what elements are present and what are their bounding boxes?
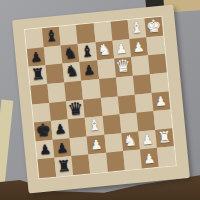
square-g3[interactable]	[136, 111, 155, 131]
square-h6[interactable]	[148, 54, 167, 74]
square-b5[interactable]	[47, 82, 66, 102]
square-a3[interactable]: ♚	[34, 121, 53, 141]
square-f4[interactable]	[117, 94, 136, 114]
piece-white-bishop[interactable]: ♝	[129, 20, 144, 36]
piece-black-pawn[interactable]: ♟	[56, 141, 69, 155]
square-f5[interactable]	[116, 76, 135, 96]
piece-black-rook[interactable]: ♜	[31, 67, 46, 83]
square-d8[interactable]	[76, 23, 95, 43]
square-h1[interactable]	[157, 147, 176, 167]
square-h3[interactable]	[153, 110, 172, 130]
square-e4[interactable]	[100, 96, 119, 116]
piece-white-knight[interactable]: ♞	[123, 133, 138, 149]
square-e3[interactable]	[102, 114, 121, 134]
piece-white-king[interactable]: ♚	[145, 17, 162, 35]
piece-black-pawn[interactable]: ♟	[30, 50, 43, 64]
piece-black-pawn[interactable]: ♟	[83, 63, 96, 77]
square-d4[interactable]	[83, 98, 102, 118]
square-g4[interactable]	[134, 93, 153, 113]
square-d7[interactable]: ♝	[78, 42, 97, 62]
square-h5[interactable]	[150, 72, 169, 92]
square-g6[interactable]	[131, 56, 150, 76]
square-f2[interactable]: ♞	[121, 131, 140, 151]
piece-white-pawn[interactable]: ♟	[143, 151, 156, 165]
piece-white-pawn[interactable]: ♟	[90, 138, 103, 152]
piece-white-pawn[interactable]: ♟	[132, 40, 145, 54]
square-g8[interactable]: ♝	[127, 18, 146, 38]
square-h7[interactable]	[146, 35, 165, 55]
square-h8[interactable]: ♚	[144, 17, 163, 37]
piece-white-rook[interactable]: ♜	[157, 130, 172, 146]
piece-black-pawn[interactable]: ♟	[39, 143, 52, 157]
photo-scene: ♝♝♚♟♞♝♞♟♟♜♞♟♛♛♟♚♟♝♟♟♟♞♟♜♜♟	[0, 0, 200, 200]
piece-white-pawn[interactable]: ♟	[115, 42, 128, 56]
piece-black-knight[interactable]: ♞	[63, 45, 78, 61]
square-a6[interactable]: ♜	[29, 65, 48, 85]
square-a7[interactable]: ♟	[27, 47, 46, 67]
square-d3[interactable]: ♝	[85, 116, 104, 136]
square-e8[interactable]	[93, 22, 112, 42]
square-a2[interactable]: ♟	[36, 140, 55, 160]
square-g5[interactable]	[133, 74, 152, 94]
square-b2[interactable]: ♟	[53, 138, 72, 158]
piece-white-knight[interactable]: ♞	[97, 42, 112, 58]
square-a1[interactable]	[38, 158, 57, 178]
square-e2[interactable]	[104, 133, 123, 153]
board-grid: ♝♝♚♟♞♝♞♟♟♜♞♟♛♛♟♚♟♝♟♟♟♞♟♜♜♟	[24, 16, 177, 180]
square-f6[interactable]: ♛	[114, 57, 133, 77]
square-c4[interactable]: ♛	[66, 99, 85, 119]
square-b1[interactable]: ♜	[55, 156, 74, 176]
square-c1[interactable]	[72, 155, 91, 175]
square-f3[interactable]	[119, 113, 138, 133]
square-d6[interactable]: ♟	[80, 60, 99, 80]
piece-black-knight[interactable]: ♞	[65, 64, 80, 80]
piece-white-queen[interactable]: ♛	[115, 58, 132, 76]
square-d2[interactable]: ♟	[87, 135, 106, 155]
piece-white-pawn[interactable]: ♟	[154, 94, 167, 108]
chess-board[interactable]: ♝♝♚♟♞♝♞♟♟♜♞♟♛♛♟♚♟♝♟♟♟♞♟♜♜♟	[12, 5, 190, 194]
square-c7[interactable]: ♞	[61, 44, 80, 64]
square-e7[interactable]: ♞	[95, 40, 114, 60]
square-b7[interactable]	[44, 45, 63, 65]
square-g2[interactable]: ♟	[138, 130, 157, 150]
piece-black-king[interactable]: ♚	[35, 121, 52, 139]
square-e6[interactable]	[97, 59, 116, 79]
square-f8[interactable]	[110, 20, 129, 40]
square-d1[interactable]	[89, 153, 108, 173]
square-e5[interactable]	[99, 77, 118, 97]
square-c6[interactable]: ♞	[63, 62, 82, 82]
square-a8[interactable]	[25, 28, 44, 48]
side-table-edge	[0, 100, 13, 186]
square-h2[interactable]: ♜	[155, 128, 174, 148]
piece-black-queen[interactable]: ♛	[67, 100, 84, 118]
square-b4[interactable]	[49, 101, 68, 121]
square-b3[interactable]: ♟	[51, 119, 70, 139]
square-b8[interactable]: ♝	[42, 27, 61, 47]
square-b6[interactable]	[46, 64, 65, 84]
square-d5[interactable]	[82, 79, 101, 99]
piece-black-bishop[interactable]: ♝	[44, 28, 59, 44]
square-c2[interactable]	[70, 136, 89, 156]
piece-white-bishop[interactable]: ♝	[87, 118, 102, 134]
piece-black-bishop[interactable]: ♝	[80, 44, 95, 60]
piece-black-rook[interactable]: ♜	[57, 158, 72, 174]
square-c3[interactable]	[68, 118, 87, 138]
square-g7[interactable]: ♟	[129, 37, 148, 57]
piece-white-pawn[interactable]: ♟	[141, 133, 154, 147]
square-c8[interactable]	[59, 25, 78, 45]
piece-black-pawn[interactable]: ♟	[54, 122, 67, 136]
square-f1[interactable]	[123, 150, 142, 170]
square-e1[interactable]	[106, 152, 125, 172]
square-h4[interactable]: ♟	[151, 91, 170, 111]
square-g1[interactable]: ♟	[140, 148, 159, 168]
square-a5[interactable]	[30, 84, 49, 104]
